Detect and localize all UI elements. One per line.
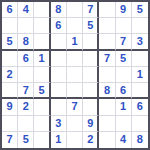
- cell-r5c9[interactable]: 1: [132, 67, 148, 83]
- cell-r4c4[interactable]: [51, 51, 67, 67]
- cell-r7c1[interactable]: 9: [2, 99, 18, 115]
- cell-r5c3[interactable]: [34, 67, 50, 83]
- cell-r9c1[interactable]: 7: [2, 132, 18, 148]
- cell-r3c1[interactable]: 5: [2, 34, 18, 50]
- cell-r5c4[interactable]: [51, 67, 67, 83]
- cell-r5c8[interactable]: [116, 67, 132, 83]
- cell-r9c7[interactable]: [99, 132, 115, 148]
- cell-r2c3[interactable]: [34, 18, 50, 34]
- cell-r7c6[interactable]: [83, 99, 99, 115]
- cell-r9c2[interactable]: 5: [18, 132, 34, 148]
- cell-r1c9[interactable]: 5: [132, 2, 148, 18]
- cell-r6c6[interactable]: [83, 83, 99, 99]
- cell-r6c1[interactable]: [2, 83, 18, 99]
- cell-r9c6[interactable]: 2: [83, 132, 99, 148]
- cell-r7c5[interactable]: 7: [67, 99, 83, 115]
- cell-r2c6[interactable]: 5: [83, 18, 99, 34]
- cell-r9c4[interactable]: 1: [51, 132, 67, 148]
- cell-r7c7[interactable]: [99, 99, 115, 115]
- cell-r2c8[interactable]: [116, 18, 132, 34]
- cell-r2c4[interactable]: 6: [51, 18, 67, 34]
- cell-r1c8[interactable]: 9: [116, 2, 132, 18]
- cell-r4c5[interactable]: [67, 51, 83, 67]
- cell-r2c9[interactable]: [132, 18, 148, 34]
- cell-r3c5[interactable]: 1: [67, 34, 83, 50]
- cell-r3c2[interactable]: 8: [18, 34, 34, 50]
- cell-r9c5[interactable]: [67, 132, 83, 148]
- cell-r1c3[interactable]: [34, 2, 50, 18]
- cell-r5c5[interactable]: [67, 67, 83, 83]
- cell-r7c4[interactable]: [51, 99, 67, 115]
- cell-r4c1[interactable]: [2, 51, 18, 67]
- cell-r8c6[interactable]: 9: [83, 116, 99, 132]
- cell-r5c6[interactable]: [83, 67, 99, 83]
- cell-r1c5[interactable]: [67, 2, 83, 18]
- cell-r6c3[interactable]: 5: [34, 83, 50, 99]
- cell-r9c3[interactable]: [34, 132, 50, 148]
- cell-r2c1[interactable]: [2, 18, 18, 34]
- cell-r8c2[interactable]: [18, 116, 34, 132]
- cell-r3c3[interactable]: [34, 34, 50, 50]
- cell-r4c2[interactable]: 6: [18, 51, 34, 67]
- cell-r4c3[interactable]: 1: [34, 51, 50, 67]
- cell-r8c5[interactable]: [67, 116, 83, 132]
- cell-r1c1[interactable]: 6: [2, 2, 18, 18]
- cell-r8c4[interactable]: 3: [51, 116, 67, 132]
- cell-r3c6[interactable]: [83, 34, 99, 50]
- cell-r4c8[interactable]: 5: [116, 51, 132, 67]
- cell-r1c4[interactable]: 8: [51, 2, 67, 18]
- cell-r4c6[interactable]: [83, 51, 99, 67]
- cell-r8c7[interactable]: [99, 116, 115, 132]
- cell-r4c9[interactable]: [132, 51, 148, 67]
- cell-r2c5[interactable]: [67, 18, 83, 34]
- cell-r7c8[interactable]: 1: [116, 99, 132, 115]
- cell-r7c2[interactable]: 2: [18, 99, 34, 115]
- cell-r1c7[interactable]: [99, 2, 115, 18]
- cell-r6c9[interactable]: [132, 83, 148, 99]
- cell-r9c8[interactable]: 4: [116, 132, 132, 148]
- cell-r3c9[interactable]: 3: [132, 34, 148, 50]
- cell-r9c9[interactable]: 8: [132, 132, 148, 148]
- cell-r8c3[interactable]: [34, 116, 50, 132]
- cell-r2c2[interactable]: [18, 18, 34, 34]
- cell-r8c9[interactable]: [132, 116, 148, 132]
- cell-r6c7[interactable]: 8: [99, 83, 115, 99]
- cell-r5c7[interactable]: [99, 67, 115, 83]
- cell-r3c7[interactable]: [99, 34, 115, 50]
- cell-r7c9[interactable]: 6: [132, 99, 148, 115]
- cell-r7c3[interactable]: [34, 99, 50, 115]
- cell-r3c4[interactable]: [51, 34, 67, 50]
- cell-r6c8[interactable]: 6: [116, 83, 132, 99]
- cell-r6c4[interactable]: [51, 83, 67, 99]
- cell-r8c1[interactable]: [2, 116, 18, 132]
- cell-r2c7[interactable]: [99, 18, 115, 34]
- cell-r6c2[interactable]: 7: [18, 83, 34, 99]
- cell-r8c8[interactable]: [116, 116, 132, 132]
- cell-r6c5[interactable]: [67, 83, 83, 99]
- cell-r4c7[interactable]: 7: [99, 51, 115, 67]
- cell-r1c2[interactable]: 4: [18, 2, 34, 18]
- cell-r5c1[interactable]: 2: [2, 67, 18, 83]
- sudoku-board: 648795655817361752175869271639751248: [0, 0, 150, 150]
- cell-r3c8[interactable]: 7: [116, 34, 132, 50]
- cell-r1c6[interactable]: 7: [83, 2, 99, 18]
- cell-r5c2[interactable]: [18, 67, 34, 83]
